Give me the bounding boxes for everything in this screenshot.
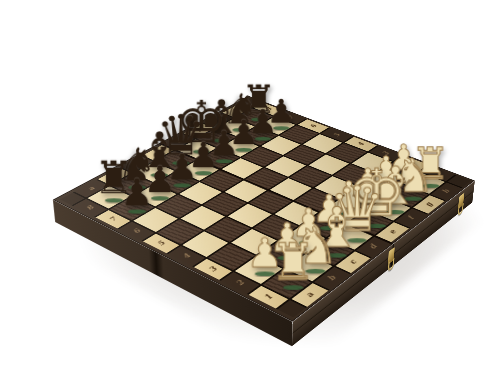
- product-photo-scene: abcdefgh8877665544332211abcdefgh ♜♞♝♛♚♝♞…: [0, 0, 500, 375]
- piece-glyph: ♟: [98, 174, 176, 211]
- chess-box: abcdefgh8877665544332211abcdefgh ♜♞♝♛♚♝♞…: [53, 96, 475, 322]
- brass-clasp-icon: [458, 193, 465, 210]
- white-rook: ♜: [261, 270, 309, 299]
- brass-clasp-icon: [388, 247, 395, 265]
- piece-glyph: ♜: [250, 237, 337, 288]
- black-pawn: ♟: [109, 197, 153, 220]
